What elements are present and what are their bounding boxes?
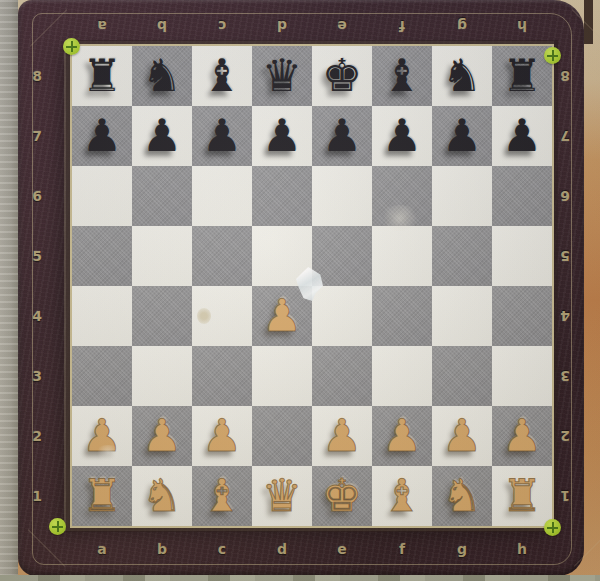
board-stain — [95, 445, 121, 461]
square-c2[interactable]: ♟ — [192, 406, 252, 466]
black-pawn-e7[interactable]: ♟ — [312, 106, 372, 166]
square-h8[interactable]: ♜ — [492, 46, 552, 106]
square-a5[interactable] — [72, 226, 132, 286]
square-g3[interactable] — [432, 346, 492, 406]
square-a1[interactable]: ♜ — [72, 466, 132, 526]
corner-marker-bottom-right — [544, 519, 561, 536]
black-bishop-c8[interactable]: ♝ — [192, 46, 252, 106]
square-f2[interactable]: ♟ — [372, 406, 432, 466]
square-b4[interactable] — [132, 286, 192, 346]
square-g7[interactable]: ♟ — [432, 106, 492, 166]
white-pawn-f2[interactable]: ♟ — [372, 406, 432, 466]
white-knight-g1[interactable]: ♞ — [432, 466, 492, 526]
square-a7[interactable]: ♟ — [72, 106, 132, 166]
black-pawn-d7[interactable]: ♟ — [252, 106, 312, 166]
table-edge-bottom — [0, 575, 600, 581]
square-f3[interactable] — [372, 346, 432, 406]
square-d1[interactable]: ♛ — [252, 466, 312, 526]
square-h7[interactable]: ♟ — [492, 106, 552, 166]
square-h5[interactable] — [492, 226, 552, 286]
black-knight-b8[interactable]: ♞ — [132, 46, 192, 106]
board-stain — [380, 205, 420, 231]
white-pawn-h2[interactable]: ♟ — [492, 406, 552, 466]
white-pawn-b2[interactable]: ♟ — [132, 406, 192, 466]
square-b1[interactable]: ♞ — [132, 466, 192, 526]
square-b5[interactable] — [132, 226, 192, 286]
square-c5[interactable] — [192, 226, 252, 286]
square-d6[interactable] — [252, 166, 312, 226]
white-knight-b1[interactable]: ♞ — [132, 466, 192, 526]
leather-corner-seam — [574, 529, 600, 566]
square-a4[interactable] — [72, 286, 132, 346]
black-rook-h8[interactable]: ♜ — [492, 46, 552, 106]
square-e7[interactable]: ♟ — [312, 106, 372, 166]
table-edge-left — [0, 0, 18, 581]
square-f8[interactable]: ♝ — [372, 46, 432, 106]
square-c7[interactable]: ♟ — [192, 106, 252, 166]
square-h4[interactable] — [492, 286, 552, 346]
square-e8[interactable]: ♚ — [312, 46, 372, 106]
square-h1[interactable]: ♜ — [492, 466, 552, 526]
black-pawn-g7[interactable]: ♟ — [432, 106, 492, 166]
square-b7[interactable]: ♟ — [132, 106, 192, 166]
square-c3[interactable] — [192, 346, 252, 406]
square-g8[interactable]: ♞ — [432, 46, 492, 106]
square-d7[interactable]: ♟ — [252, 106, 312, 166]
square-f1[interactable]: ♝ — [372, 466, 432, 526]
corner-marker-bottom-left — [49, 518, 66, 535]
square-e1[interactable]: ♚ — [312, 466, 372, 526]
white-bishop-f1[interactable]: ♝ — [372, 466, 432, 526]
square-b6[interactable] — [132, 166, 192, 226]
white-rook-a1[interactable]: ♜ — [72, 466, 132, 526]
square-b3[interactable] — [132, 346, 192, 406]
square-b2[interactable]: ♟ — [132, 406, 192, 466]
white-pawn-c2[interactable]: ♟ — [192, 406, 252, 466]
square-c8[interactable]: ♝ — [192, 46, 252, 106]
black-pawn-h7[interactable]: ♟ — [492, 106, 552, 166]
square-g5[interactable] — [432, 226, 492, 286]
photo-scene: abcdefgh abcdefgh 87654321 87654321 ♜♞♝♛… — [0, 0, 600, 581]
white-pawn-g2[interactable]: ♟ — [432, 406, 492, 466]
square-d2[interactable] — [252, 406, 312, 466]
black-pawn-a7[interactable]: ♟ — [72, 106, 132, 166]
square-f7[interactable]: ♟ — [372, 106, 432, 166]
square-g1[interactable]: ♞ — [432, 466, 492, 526]
square-d3[interactable] — [252, 346, 312, 406]
black-pawn-c7[interactable]: ♟ — [192, 106, 252, 166]
square-e4[interactable] — [312, 286, 372, 346]
white-king-e1[interactable]: ♚ — [312, 466, 372, 526]
square-c1[interactable]: ♝ — [192, 466, 252, 526]
square-h6[interactable] — [492, 166, 552, 226]
black-queen-d8[interactable]: ♛ — [252, 46, 312, 106]
black-king-e8[interactable]: ♚ — [312, 46, 372, 106]
square-e5[interactable] — [312, 226, 372, 286]
square-g2[interactable]: ♟ — [432, 406, 492, 466]
square-g4[interactable] — [432, 286, 492, 346]
square-f4[interactable] — [372, 286, 432, 346]
square-h3[interactable] — [492, 346, 552, 406]
square-a3[interactable] — [72, 346, 132, 406]
square-d8[interactable]: ♛ — [252, 46, 312, 106]
corner-marker-top-right — [544, 47, 561, 64]
square-a8[interactable]: ♜ — [72, 46, 132, 106]
square-e3[interactable] — [312, 346, 372, 406]
white-bishop-c1[interactable]: ♝ — [192, 466, 252, 526]
white-rook-h1[interactable]: ♜ — [492, 466, 552, 526]
square-e2[interactable]: ♟ — [312, 406, 372, 466]
black-pawn-f7[interactable]: ♟ — [372, 106, 432, 166]
square-c6[interactable] — [192, 166, 252, 226]
square-b8[interactable]: ♞ — [132, 46, 192, 106]
square-h2[interactable]: ♟ — [492, 406, 552, 466]
white-pawn-e2[interactable]: ♟ — [312, 406, 372, 466]
white-queen-d1[interactable]: ♛ — [252, 466, 312, 526]
square-a6[interactable] — [72, 166, 132, 226]
black-bishop-f8[interactable]: ♝ — [372, 46, 432, 106]
square-e6[interactable] — [312, 166, 372, 226]
black-knight-g8[interactable]: ♞ — [432, 46, 492, 106]
square-g6[interactable] — [432, 166, 492, 226]
black-pawn-b7[interactable]: ♟ — [132, 106, 192, 166]
square-f5[interactable] — [372, 226, 432, 286]
corner-marker-top-left — [63, 38, 80, 55]
board-stain — [197, 308, 211, 324]
black-rook-a8[interactable]: ♜ — [72, 46, 132, 106]
